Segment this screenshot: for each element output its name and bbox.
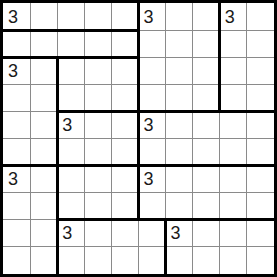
- cell-r0c1[interactable]: [30, 3, 57, 30]
- clue-cell-r0c0[interactable]: 3: [3, 3, 30, 30]
- cell-r2c2[interactable]: [57, 57, 84, 84]
- cell-r4c9[interactable]: [247, 111, 274, 138]
- cell-r9c6[interactable]: [166, 247, 193, 274]
- cell-r5c2[interactable]: [57, 139, 84, 166]
- cell-r6c7[interactable]: [193, 166, 220, 193]
- cell-r3c8[interactable]: [220, 84, 247, 111]
- cell-r7c6[interactable]: [166, 193, 193, 220]
- cell-r9c8[interactable]: [220, 247, 247, 274]
- cell-r7c8[interactable]: [220, 193, 247, 220]
- cell-r1c6[interactable]: [166, 30, 193, 57]
- cell-r3c5[interactable]: [139, 84, 166, 111]
- cell-r4c1[interactable]: [30, 111, 57, 138]
- clue-cell-r8c2[interactable]: 3: [57, 220, 84, 247]
- cell-r3c4[interactable]: [111, 84, 138, 111]
- cell-r5c4[interactable]: [111, 139, 138, 166]
- cell-r2c3[interactable]: [84, 57, 111, 84]
- cell-r8c0[interactable]: [3, 220, 30, 247]
- clue-cell-r4c5[interactable]: 3: [139, 111, 166, 138]
- cell-r8c3[interactable]: [84, 220, 111, 247]
- puzzle-board: 3333333333: [0, 0, 277, 277]
- cell-r7c5[interactable]: [139, 193, 166, 220]
- cell-r9c3[interactable]: [84, 247, 111, 274]
- cell-r6c8[interactable]: [220, 166, 247, 193]
- cell-r0c9[interactable]: [247, 3, 274, 30]
- cell-r1c7[interactable]: [193, 30, 220, 57]
- cell-r0c2[interactable]: [57, 3, 84, 30]
- cell-r5c0[interactable]: [3, 139, 30, 166]
- cell-r5c3[interactable]: [84, 139, 111, 166]
- cell-r1c2[interactable]: [57, 30, 84, 57]
- cell-r9c4[interactable]: [111, 247, 138, 274]
- cell-r0c7[interactable]: [193, 3, 220, 30]
- cell-r2c9[interactable]: [247, 57, 274, 84]
- cell-r7c2[interactable]: [57, 193, 84, 220]
- cell-r3c1[interactable]: [30, 84, 57, 111]
- cell-r9c9[interactable]: [247, 247, 274, 274]
- cell-r6c1[interactable]: [30, 166, 57, 193]
- cell-r4c6[interactable]: [166, 111, 193, 138]
- cell-r4c4[interactable]: [111, 111, 138, 138]
- cell-r5c9[interactable]: [247, 139, 274, 166]
- cell-r7c9[interactable]: [247, 193, 274, 220]
- cell-r2c1[interactable]: [30, 57, 57, 84]
- cell-r1c0[interactable]: [3, 30, 30, 57]
- cell-r5c7[interactable]: [193, 139, 220, 166]
- cell-r9c5[interactable]: [139, 247, 166, 274]
- cell-r5c1[interactable]: [30, 139, 57, 166]
- cell-r1c3[interactable]: [84, 30, 111, 57]
- cell-r6c9[interactable]: [247, 166, 274, 193]
- cell-r5c5[interactable]: [139, 139, 166, 166]
- cell-r7c3[interactable]: [84, 193, 111, 220]
- cell-r9c7[interactable]: [193, 247, 220, 274]
- cell-r0c3[interactable]: [84, 3, 111, 30]
- cell-r3c7[interactable]: [193, 84, 220, 111]
- clue-cell-r6c5[interactable]: 3: [139, 166, 166, 193]
- cell-r4c3[interactable]: [84, 111, 111, 138]
- cell-r8c9[interactable]: [247, 220, 274, 247]
- cell-r1c9[interactable]: [247, 30, 274, 57]
- cell-r6c6[interactable]: [166, 166, 193, 193]
- cell-r3c6[interactable]: [166, 84, 193, 111]
- cell-r4c0[interactable]: [3, 111, 30, 138]
- cell-r0c4[interactable]: [111, 3, 138, 30]
- cell-r8c8[interactable]: [220, 220, 247, 247]
- cell-r9c0[interactable]: [3, 247, 30, 274]
- cell-r6c2[interactable]: [57, 166, 84, 193]
- cell-r8c1[interactable]: [30, 220, 57, 247]
- clue-cell-r0c5[interactable]: 3: [139, 3, 166, 30]
- cell-r6c4[interactable]: [111, 166, 138, 193]
- cell-r1c8[interactable]: [220, 30, 247, 57]
- cell-r7c4[interactable]: [111, 193, 138, 220]
- clue-cell-r2c0[interactable]: 3: [3, 57, 30, 84]
- cell-r2c6[interactable]: [166, 57, 193, 84]
- cell-r7c0[interactable]: [3, 193, 30, 220]
- cell-r0c6[interactable]: [166, 3, 193, 30]
- cell-r4c7[interactable]: [193, 111, 220, 138]
- cell-r3c2[interactable]: [57, 84, 84, 111]
- clue-cell-r0c8[interactable]: 3: [220, 3, 247, 30]
- cell-r7c7[interactable]: [193, 193, 220, 220]
- cell-r2c4[interactable]: [111, 57, 138, 84]
- cell-r2c7[interactable]: [193, 57, 220, 84]
- cell-r3c3[interactable]: [84, 84, 111, 111]
- clue-cell-r8c6[interactable]: 3: [166, 220, 193, 247]
- cell-r9c1[interactable]: [30, 247, 57, 274]
- cell-r3c0[interactable]: [3, 84, 30, 111]
- cell-r1c1[interactable]: [30, 30, 57, 57]
- cell-r1c4[interactable]: [111, 30, 138, 57]
- cell-r8c5[interactable]: [139, 220, 166, 247]
- cell-r8c4[interactable]: [111, 220, 138, 247]
- cell-r7c1[interactable]: [30, 193, 57, 220]
- cell-r2c5[interactable]: [139, 57, 166, 84]
- cell-r3c9[interactable]: [247, 84, 274, 111]
- cell-r5c6[interactable]: [166, 139, 193, 166]
- cell-r6c3[interactable]: [84, 166, 111, 193]
- cell-r1c5[interactable]: [139, 30, 166, 57]
- cell-r5c8[interactable]: [220, 139, 247, 166]
- clue-cell-r4c2[interactable]: 3: [57, 111, 84, 138]
- clue-cell-r6c0[interactable]: 3: [3, 166, 30, 193]
- cell-r9c2[interactable]: [57, 247, 84, 274]
- cell-r8c7[interactable]: [193, 220, 220, 247]
- cell-r4c8[interactable]: [220, 111, 247, 138]
- cell-r2c8[interactable]: [220, 57, 247, 84]
